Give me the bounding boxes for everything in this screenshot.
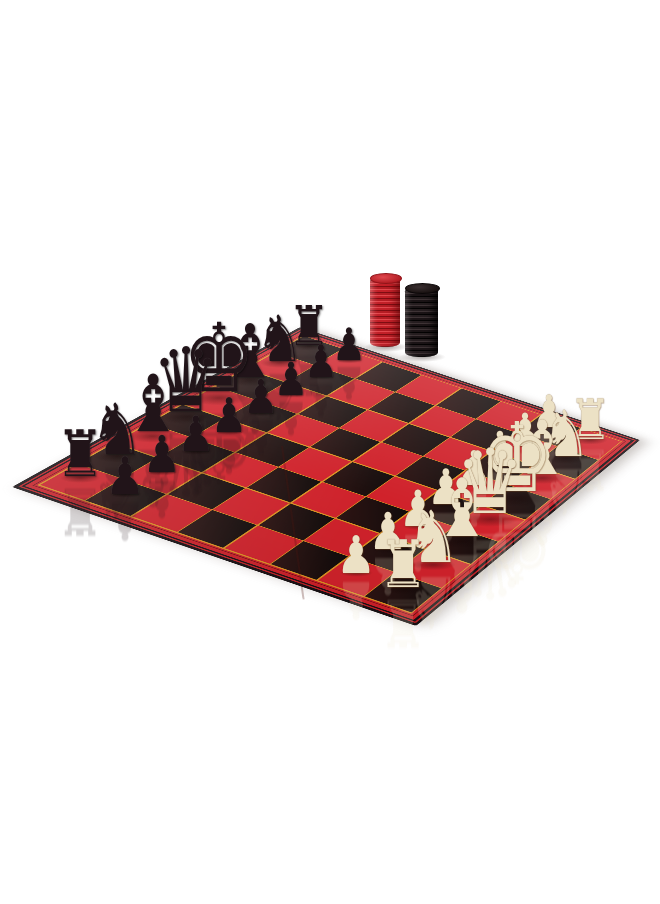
black-pawn-glyph: ♟ <box>106 450 146 502</box>
black-pawn-glyph: ♟ <box>211 391 248 439</box>
red-checker-top-face <box>370 273 402 284</box>
black-pawn-glyph: ♟ <box>303 339 337 384</box>
black-checker-top-face <box>405 283 440 294</box>
black-pawn-glyph: ♟ <box>274 356 309 402</box>
white-pawn-glyph: ♟ <box>336 529 376 581</box>
red-checkers-cylinder <box>370 277 400 347</box>
black-checkers-stack[interactable] <box>405 283 438 357</box>
black-checkers-cylinder <box>405 287 438 357</box>
black-pawn-glyph: ♟ <box>142 429 181 480</box>
white-rook-glyph: ♜ <box>378 532 428 597</box>
black-pawn-glyph: ♟ <box>243 373 279 420</box>
black-pawn-glyph: ♟ <box>178 410 215 459</box>
product-photo-stage: ©2013 Pressman Toy Corporation ♜♜♞♞♝♝♛♛♚… <box>0 0 660 904</box>
black-rook-glyph: ♜ <box>56 422 105 486</box>
red-checkers-stack[interactable] <box>370 273 400 347</box>
